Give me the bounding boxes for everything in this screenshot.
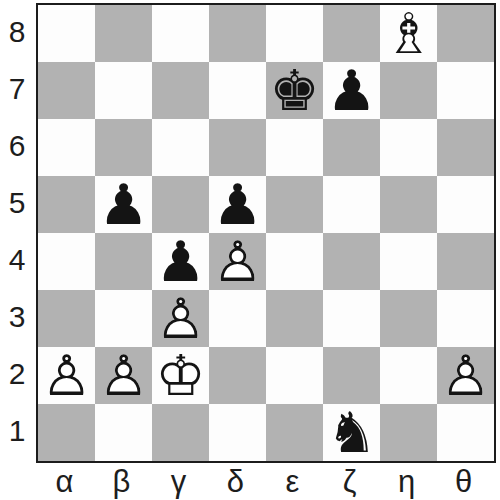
white-pawn-piece[interactable]: ♟♙ <box>437 347 494 404</box>
square-γ7[interactable] <box>152 62 209 119</box>
rank-label-4: 4 <box>0 231 34 288</box>
white-king-outline: ♔ <box>155 348 205 404</box>
square-δ5[interactable]: ♟ <box>209 176 266 233</box>
black-king-piece[interactable]: ♚ <box>266 62 323 119</box>
square-ζ4[interactable] <box>323 233 380 290</box>
square-ζ8[interactable] <box>323 5 380 62</box>
white-bishop-piece[interactable]: ♝♗ <box>380 5 437 62</box>
square-θ1[interactable] <box>437 404 494 461</box>
file-label-ζ: ζ <box>321 464 378 500</box>
square-α5[interactable] <box>38 176 95 233</box>
square-θ7[interactable] <box>437 62 494 119</box>
rank-label-2: 2 <box>0 345 34 402</box>
square-β5[interactable]: ♟ <box>95 176 152 233</box>
file-labels: αβγδεζηθ <box>36 463 496 500</box>
square-ε4[interactable] <box>266 233 323 290</box>
square-β3[interactable] <box>95 290 152 347</box>
black-pawn-piece[interactable]: ♟ <box>152 233 209 290</box>
square-θ4[interactable] <box>437 233 494 290</box>
white-pawn-outline: ♙ <box>440 348 490 404</box>
file-label-γ: γ <box>150 464 207 500</box>
rank-label-5: 5 <box>0 174 34 231</box>
square-ε3[interactable] <box>266 290 323 347</box>
square-η6[interactable] <box>380 119 437 176</box>
white-bishop-outline: ♗ <box>383 6 433 62</box>
square-δ1[interactable] <box>209 404 266 461</box>
square-ζ6[interactable] <box>323 119 380 176</box>
square-γ4[interactable]: ♟ <box>152 233 209 290</box>
square-θ6[interactable] <box>437 119 494 176</box>
square-η3[interactable] <box>380 290 437 347</box>
rank-label-7: 7 <box>0 60 34 117</box>
square-α6[interactable] <box>38 119 95 176</box>
square-β6[interactable] <box>95 119 152 176</box>
black-knight-piece[interactable]: ♞ <box>323 404 380 461</box>
square-ε5[interactable] <box>266 176 323 233</box>
black-pawn-piece[interactable]: ♟ <box>209 176 266 233</box>
square-β1[interactable] <box>95 404 152 461</box>
square-α8[interactable] <box>38 5 95 62</box>
square-δ7[interactable] <box>209 62 266 119</box>
square-γ3[interactable]: ♟♙ <box>152 290 209 347</box>
square-δ8[interactable] <box>209 5 266 62</box>
square-ζ1[interactable]: ♞ <box>323 404 380 461</box>
white-pawn-piece[interactable]: ♟♙ <box>38 347 95 404</box>
file-label-η: η <box>378 464 435 500</box>
square-η2[interactable] <box>380 347 437 404</box>
square-δ3[interactable] <box>209 290 266 347</box>
white-pawn-outline: ♙ <box>155 291 205 347</box>
chess-board: ♝♗♚♟♟♟♟♟♙♟♙♟♙♟♙♚♔♟♙♞ <box>36 3 496 463</box>
rank-labels: 87654321 <box>0 3 34 459</box>
square-ζ3[interactable] <box>323 290 380 347</box>
rank-label-3: 3 <box>0 288 34 345</box>
rank-label-1: 1 <box>0 402 34 459</box>
file-label-β: β <box>93 464 150 500</box>
white-king-piece[interactable]: ♚♔ <box>152 347 209 404</box>
square-θ5[interactable] <box>437 176 494 233</box>
file-label-θ: θ <box>435 464 492 500</box>
square-γ2[interactable]: ♚♔ <box>152 347 209 404</box>
square-ζ7[interactable]: ♟ <box>323 62 380 119</box>
square-γ6[interactable] <box>152 119 209 176</box>
chess-diagram: 87654321 ♝♗♚♟♟♟♟♟♙♟♙♟♙♟♙♚♔♟♙♞ αβγδεζηθ <box>0 0 500 500</box>
white-pawn-piece[interactable]: ♟♙ <box>95 347 152 404</box>
square-δ4[interactable]: ♟♙ <box>209 233 266 290</box>
square-β4[interactable] <box>95 233 152 290</box>
square-θ2[interactable]: ♟♙ <box>437 347 494 404</box>
square-η7[interactable] <box>380 62 437 119</box>
square-α4[interactable] <box>38 233 95 290</box>
square-β2[interactable]: ♟♙ <box>95 347 152 404</box>
white-pawn-piece[interactable]: ♟♙ <box>152 290 209 347</box>
square-ε2[interactable] <box>266 347 323 404</box>
square-η4[interactable] <box>380 233 437 290</box>
square-ε6[interactable] <box>266 119 323 176</box>
file-label-δ: δ <box>207 464 264 500</box>
square-γ1[interactable] <box>152 404 209 461</box>
black-pawn-piece[interactable]: ♟ <box>95 176 152 233</box>
file-label-α: α <box>36 464 93 500</box>
square-η1[interactable] <box>380 404 437 461</box>
rank-label-8: 8 <box>0 3 34 60</box>
square-α2[interactable]: ♟♙ <box>38 347 95 404</box>
square-θ3[interactable] <box>437 290 494 347</box>
white-pawn-outline: ♙ <box>98 348 148 404</box>
square-ζ5[interactable] <box>323 176 380 233</box>
rank-label-6: 6 <box>0 117 34 174</box>
square-δ2[interactable] <box>209 347 266 404</box>
square-β8[interactable] <box>95 5 152 62</box>
square-ε1[interactable] <box>266 404 323 461</box>
white-pawn-outline: ♙ <box>41 348 91 404</box>
square-α1[interactable] <box>38 404 95 461</box>
square-ε7[interactable]: ♚ <box>266 62 323 119</box>
square-η5[interactable] <box>380 176 437 233</box>
square-ζ2[interactable] <box>323 347 380 404</box>
square-β7[interactable] <box>95 62 152 119</box>
square-ε8[interactable] <box>266 5 323 62</box>
square-γ5[interactable] <box>152 176 209 233</box>
file-label-ε: ε <box>264 464 321 500</box>
square-γ8[interactable] <box>152 5 209 62</box>
white-pawn-piece[interactable]: ♟♙ <box>209 233 266 290</box>
black-pawn-piece[interactable]: ♟ <box>323 62 380 119</box>
square-δ6[interactable] <box>209 119 266 176</box>
square-θ8[interactable] <box>437 5 494 62</box>
square-η8[interactable]: ♝♗ <box>380 5 437 62</box>
square-α7[interactable] <box>38 62 95 119</box>
square-α3[interactable] <box>38 290 95 347</box>
white-pawn-outline: ♙ <box>212 234 262 290</box>
